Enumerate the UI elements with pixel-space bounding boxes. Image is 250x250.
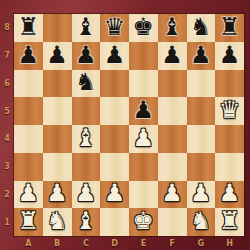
square-c8[interactable]: ♝ — [72, 14, 101, 42]
square-b5[interactable] — [43, 97, 72, 125]
square-g8[interactable]: ♞ — [187, 14, 216, 42]
square-b8[interactable] — [43, 14, 72, 42]
square-d3[interactable] — [100, 153, 129, 181]
black-rook[interactable]: ♜ — [18, 15, 40, 39]
square-c5[interactable] — [72, 97, 101, 125]
chess-board: ♜♝♛♚♝♞♜♟♟♟♟♟♟♟♞♟♛♝♟♟♟♟♟♟♟♟♜♞♝♚♞♜ — [14, 14, 244, 236]
square-e7[interactable] — [129, 42, 158, 70]
square-a1[interactable]: ♜ — [14, 208, 43, 236]
black-rook[interactable]: ♜ — [219, 15, 241, 39]
square-f8[interactable]: ♝ — [158, 14, 187, 42]
square-h6[interactable] — [215, 70, 244, 98]
square-d2[interactable]: ♟ — [100, 181, 129, 209]
chess-app-window: 87654321 ♜♝♛♚♝♞♜♟♟♟♟♟♟♟♞♟♛♝♟♟♟♟♟♟♟♟♜♞♝♚♞… — [0, 0, 250, 250]
square-g3[interactable] — [187, 153, 216, 181]
white-king[interactable]: ♚ — [133, 209, 155, 233]
square-b6[interactable] — [43, 70, 72, 98]
square-b7[interactable]: ♟ — [43, 42, 72, 70]
file-label-h: H — [215, 236, 244, 250]
square-d8[interactable]: ♛ — [100, 14, 129, 42]
white-queen[interactable]: ♛ — [219, 98, 241, 122]
rank-label-5: 5 — [0, 97, 14, 125]
square-b2[interactable]: ♟ — [43, 181, 72, 209]
square-f5[interactable] — [158, 97, 187, 125]
white-pawn[interactable]: ♟ — [190, 181, 212, 205]
file-label-e: E — [129, 236, 158, 250]
square-f4[interactable] — [158, 125, 187, 153]
black-pawn[interactable]: ♟ — [219, 43, 241, 67]
square-h2[interactable]: ♟ — [215, 181, 244, 209]
square-c1[interactable]: ♝ — [72, 208, 101, 236]
square-a8[interactable]: ♜ — [14, 14, 43, 42]
black-pawn[interactable]: ♟ — [18, 43, 40, 67]
black-pawn[interactable]: ♟ — [104, 43, 126, 67]
black-queen[interactable]: ♛ — [104, 15, 126, 39]
square-h4[interactable] — [215, 125, 244, 153]
rank-label-3: 3 — [0, 153, 14, 181]
white-pawn[interactable]: ♟ — [75, 181, 97, 205]
black-bishop[interactable]: ♝ — [75, 15, 97, 39]
rank-label-6: 6 — [0, 70, 14, 98]
square-g4[interactable] — [187, 125, 216, 153]
square-b4[interactable] — [43, 125, 72, 153]
square-e8[interactable]: ♚ — [129, 14, 158, 42]
black-pawn[interactable]: ♟ — [46, 43, 68, 67]
rank-label-8: 8 — [0, 14, 14, 42]
white-bishop[interactable]: ♝ — [75, 209, 97, 233]
white-knight[interactable]: ♞ — [46, 209, 68, 233]
file-label-d: D — [100, 236, 129, 250]
black-pawn[interactable]: ♟ — [190, 43, 212, 67]
square-h5[interactable]: ♛ — [215, 97, 244, 125]
square-c6[interactable]: ♞ — [72, 70, 101, 98]
square-c3[interactable] — [72, 153, 101, 181]
rank-label-2: 2 — [0, 181, 14, 209]
black-bishop[interactable]: ♝ — [161, 15, 183, 39]
square-h1[interactable]: ♜ — [215, 208, 244, 236]
black-pawn[interactable]: ♟ — [133, 98, 155, 122]
square-f3[interactable] — [158, 153, 187, 181]
square-b1[interactable]: ♞ — [43, 208, 72, 236]
square-a2[interactable]: ♟ — [14, 181, 43, 209]
white-pawn[interactable]: ♟ — [46, 181, 68, 205]
square-f7[interactable]: ♟ — [158, 42, 187, 70]
rank-label-7: 7 — [0, 42, 14, 70]
white-pawn[interactable]: ♟ — [133, 126, 155, 150]
square-d5[interactable] — [100, 97, 129, 125]
white-rook[interactable]: ♜ — [18, 209, 40, 233]
white-pawn[interactable]: ♟ — [18, 181, 40, 205]
square-h8[interactable]: ♜ — [215, 14, 244, 42]
square-e2[interactable] — [129, 181, 158, 209]
black-knight[interactable]: ♞ — [75, 70, 97, 94]
black-pawn[interactable]: ♟ — [75, 43, 97, 67]
square-a3[interactable] — [14, 153, 43, 181]
square-a6[interactable] — [14, 70, 43, 98]
square-e3[interactable] — [129, 153, 158, 181]
square-e1[interactable]: ♚ — [129, 208, 158, 236]
rank-labels: 87654321 — [0, 14, 14, 236]
square-g5[interactable] — [187, 97, 216, 125]
square-f2[interactable]: ♟ — [158, 181, 187, 209]
file-label-g: G — [187, 236, 216, 250]
white-pawn[interactable]: ♟ — [219, 181, 241, 205]
white-pawn[interactable]: ♟ — [104, 181, 126, 205]
square-a7[interactable]: ♟ — [14, 42, 43, 70]
square-b3[interactable] — [43, 153, 72, 181]
black-knight[interactable]: ♞ — [190, 15, 212, 39]
square-g7[interactable]: ♟ — [187, 42, 216, 70]
white-rook[interactable]: ♜ — [219, 209, 241, 233]
white-bishop[interactable]: ♝ — [75, 126, 97, 150]
square-h3[interactable] — [215, 153, 244, 181]
square-e5[interactable]: ♟ — [129, 97, 158, 125]
square-g6[interactable] — [187, 70, 216, 98]
square-a5[interactable] — [14, 97, 43, 125]
square-e4[interactable]: ♟ — [129, 125, 158, 153]
square-g1[interactable]: ♞ — [187, 208, 216, 236]
square-e6[interactable] — [129, 70, 158, 98]
white-pawn[interactable]: ♟ — [161, 181, 183, 205]
square-f1[interactable] — [158, 208, 187, 236]
black-king[interactable]: ♚ — [133, 15, 155, 39]
rank-label-4: 4 — [0, 125, 14, 153]
square-d6[interactable] — [100, 70, 129, 98]
square-g2[interactable]: ♟ — [187, 181, 216, 209]
file-label-a: A — [14, 236, 43, 250]
square-c2[interactable]: ♟ — [72, 181, 101, 209]
square-f6[interactable] — [158, 70, 187, 98]
square-d7[interactable]: ♟ — [100, 42, 129, 70]
file-label-f: F — [158, 236, 187, 250]
file-labels: ABCDEFGH — [14, 236, 244, 250]
file-label-b: B — [43, 236, 72, 250]
square-a4[interactable] — [14, 125, 43, 153]
square-c4[interactable]: ♝ — [72, 125, 101, 153]
square-d4[interactable] — [100, 125, 129, 153]
black-pawn[interactable]: ♟ — [161, 43, 183, 67]
square-h7[interactable]: ♟ — [215, 42, 244, 70]
square-d1[interactable] — [100, 208, 129, 236]
white-knight[interactable]: ♞ — [190, 209, 212, 233]
square-c7[interactable]: ♟ — [72, 42, 101, 70]
file-label-c: C — [72, 236, 101, 250]
rank-label-1: 1 — [0, 208, 14, 236]
